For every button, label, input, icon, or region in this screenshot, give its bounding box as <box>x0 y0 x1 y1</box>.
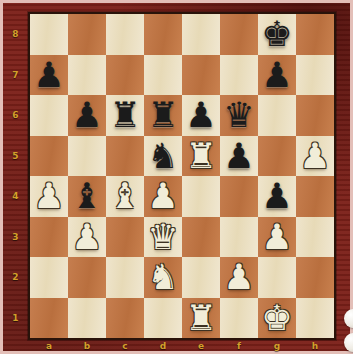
square-e3[interactable] <box>182 217 220 258</box>
square-d8[interactable] <box>144 14 182 55</box>
square-e1[interactable]: ♜ <box>182 298 220 339</box>
black-bishop[interactable]: ♝ <box>71 176 102 216</box>
square-c4[interactable]: ♝ <box>106 176 144 217</box>
square-a6[interactable] <box>30 95 68 136</box>
square-b3[interactable]: ♟ <box>68 217 106 258</box>
square-c5[interactable] <box>106 136 144 177</box>
file-label-c: c <box>106 340 144 352</box>
square-c3[interactable] <box>106 217 144 258</box>
square-f6[interactable]: ♛ <box>220 95 258 136</box>
square-b2[interactable] <box>68 257 106 298</box>
white-pawn[interactable]: ♟ <box>223 257 254 297</box>
square-d7[interactable] <box>144 55 182 96</box>
white-knight[interactable]: ♞ <box>147 257 178 297</box>
square-h5[interactable]: ♟ <box>296 136 334 177</box>
board-border: ♚♟♟♟♜♜♟♛♞♜♟♟♟♝♝♟♟♟♛♟♞♟♜♚ <box>28 12 336 340</box>
black-pawn[interactable]: ♟ <box>185 95 216 135</box>
black-pawn[interactable]: ♟ <box>71 95 102 135</box>
square-b4[interactable]: ♝ <box>68 176 106 217</box>
square-c6[interactable]: ♜ <box>106 95 144 136</box>
square-f5[interactable]: ♟ <box>220 136 258 177</box>
file-label-a: a <box>30 340 68 352</box>
white-pawn[interactable]: ♟ <box>299 136 330 176</box>
square-g4[interactable]: ♟ <box>258 176 296 217</box>
white-pawn[interactable]: ♟ <box>71 217 102 257</box>
black-pawn[interactable]: ♟ <box>223 136 254 176</box>
square-e8[interactable] <box>182 14 220 55</box>
square-e6[interactable]: ♟ <box>182 95 220 136</box>
black-king[interactable]: ♚ <box>261 14 292 54</box>
white-pawn[interactable]: ♟ <box>33 176 64 216</box>
square-e4[interactable] <box>182 176 220 217</box>
square-a7[interactable]: ♟ <box>30 55 68 96</box>
square-f7[interactable] <box>220 55 258 96</box>
square-e7[interactable] <box>182 55 220 96</box>
square-d6[interactable]: ♜ <box>144 95 182 136</box>
rank-label-6: 6 <box>3 95 28 136</box>
chess-board: ♚♟♟♟♜♜♟♛♞♜♟♟♟♝♝♟♟♟♛♟♞♟♜♚ <box>30 14 334 338</box>
chess-app: ♚♟♟♟♜♜♟♛♞♜♟♟♟♝♝♟♟♟♛♟♞♟♜♚ 87654321 abcdef… <box>0 0 353 354</box>
square-h2[interactable] <box>296 257 334 298</box>
square-c2[interactable] <box>106 257 144 298</box>
square-h3[interactable] <box>296 217 334 258</box>
square-h6[interactable] <box>296 95 334 136</box>
rank-label-3: 3 <box>3 217 28 258</box>
file-label-h: h <box>296 340 334 352</box>
square-c1[interactable] <box>106 298 144 339</box>
square-h1[interactable] <box>296 298 334 339</box>
square-g6[interactable] <box>258 95 296 136</box>
square-b8[interactable] <box>68 14 106 55</box>
file-label-b: b <box>68 340 106 352</box>
square-f1[interactable] <box>220 298 258 339</box>
black-rook[interactable]: ♜ <box>147 95 178 135</box>
black-knight[interactable]: ♞ <box>147 136 178 176</box>
square-g7[interactable]: ♟ <box>258 55 296 96</box>
rank-label-7: 7 <box>3 55 28 96</box>
square-a4[interactable]: ♟ <box>30 176 68 217</box>
square-g5[interactable] <box>258 136 296 177</box>
rank-label-8: 8 <box>3 14 28 55</box>
file-label-g: g <box>258 340 296 352</box>
file-label-d: d <box>144 340 182 352</box>
square-d3[interactable]: ♛ <box>144 217 182 258</box>
rank-label-5: 5 <box>3 136 28 177</box>
square-a1[interactable] <box>30 298 68 339</box>
rank-label-2: 2 <box>3 257 28 298</box>
square-g3[interactable]: ♟ <box>258 217 296 258</box>
black-pawn[interactable]: ♟ <box>33 55 64 95</box>
black-pawn[interactable]: ♟ <box>261 176 292 216</box>
square-h7[interactable] <box>296 55 334 96</box>
square-d4[interactable]: ♟ <box>144 176 182 217</box>
file-labels: abcdefgh <box>30 340 334 352</box>
square-a8[interactable] <box>30 14 68 55</box>
square-d1[interactable] <box>144 298 182 339</box>
rank-label-1: 1 <box>3 298 28 339</box>
black-pawn[interactable]: ♟ <box>261 55 292 95</box>
square-f4[interactable] <box>220 176 258 217</box>
square-f3[interactable] <box>220 217 258 258</box>
square-a3[interactable] <box>30 217 68 258</box>
white-pawn[interactable]: ♟ <box>261 217 292 257</box>
square-e5[interactable]: ♜ <box>182 136 220 177</box>
white-queen[interactable]: ♛ <box>147 217 178 257</box>
square-b5[interactable] <box>68 136 106 177</box>
square-c7[interactable] <box>106 55 144 96</box>
square-f8[interactable] <box>220 14 258 55</box>
square-b6[interactable]: ♟ <box>68 95 106 136</box>
white-pawn[interactable]: ♟ <box>147 176 178 216</box>
square-h4[interactable] <box>296 176 334 217</box>
white-bishop[interactable]: ♝ <box>109 176 140 216</box>
black-queen[interactable]: ♛ <box>223 95 254 135</box>
square-b7[interactable] <box>68 55 106 96</box>
rank-labels: 87654321 <box>3 14 28 338</box>
square-b1[interactable] <box>68 298 106 339</box>
square-f2[interactable]: ♟ <box>220 257 258 298</box>
file-label-f: f <box>220 340 258 352</box>
square-e2[interactable] <box>182 257 220 298</box>
square-d5[interactable]: ♞ <box>144 136 182 177</box>
square-h8[interactable] <box>296 14 334 55</box>
square-g1[interactable]: ♚ <box>258 298 296 339</box>
black-rook[interactable]: ♜ <box>109 95 140 135</box>
square-g2[interactable] <box>258 257 296 298</box>
square-c8[interactable] <box>106 14 144 55</box>
rank-label-4: 4 <box>3 176 28 217</box>
square-d2[interactable]: ♞ <box>144 257 182 298</box>
square-a5[interactable] <box>30 136 68 177</box>
square-a2[interactable] <box>30 257 68 298</box>
white-rook[interactable]: ♜ <box>185 298 216 338</box>
white-king[interactable]: ♚ <box>261 298 292 338</box>
white-rook[interactable]: ♜ <box>185 136 216 176</box>
file-label-e: e <box>182 340 220 352</box>
square-g8[interactable]: ♚ <box>258 14 296 55</box>
